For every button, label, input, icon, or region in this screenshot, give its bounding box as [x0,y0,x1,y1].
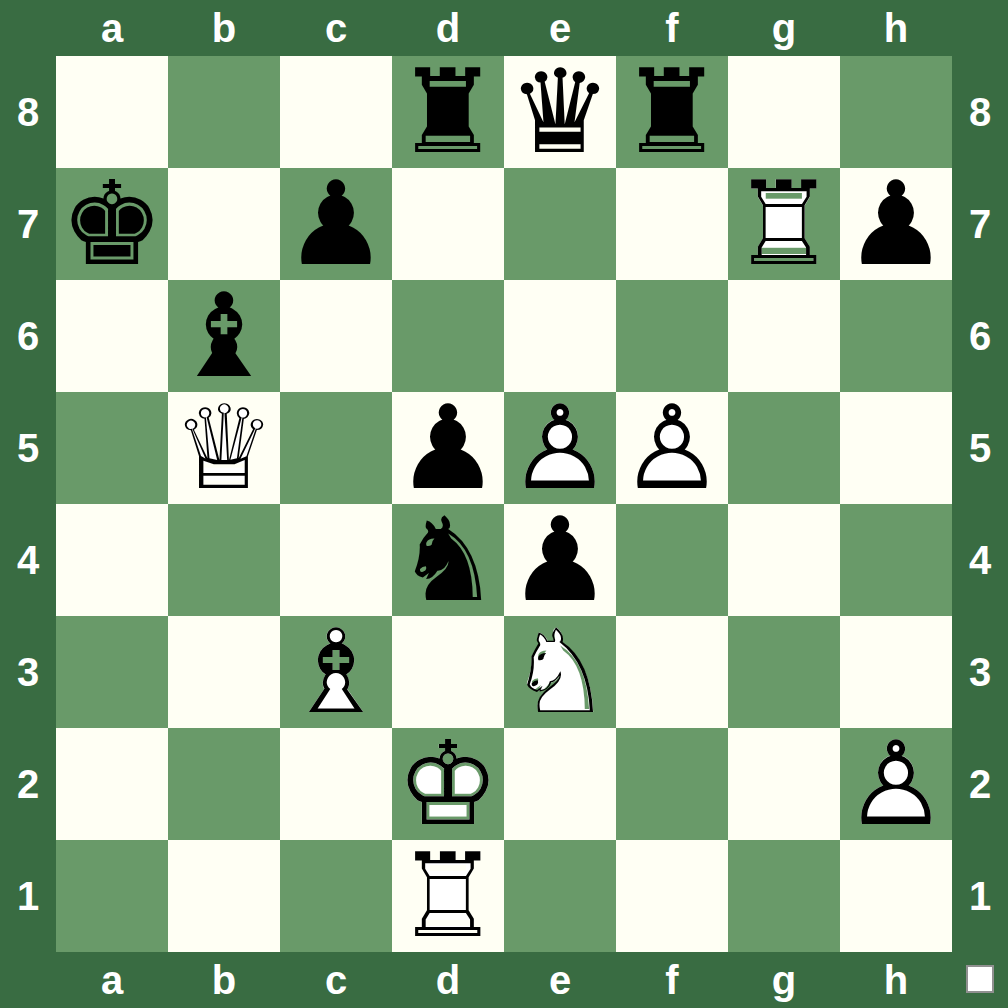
square-c6[interactable] [280,280,392,392]
square-d1[interactable]: ♜♖ [392,840,504,952]
square-h8[interactable] [840,56,952,168]
square-g8[interactable] [728,56,840,168]
black-rook[interactable]: ♜ [392,56,504,168]
white-rook[interactable]: ♜♖ [392,840,504,952]
white-pawn[interactable]: ♟♙ [504,392,616,504]
square-b5[interactable]: ♛♕ [168,392,280,504]
square-g4[interactable] [728,504,840,616]
square-e1[interactable] [504,840,616,952]
square-e4[interactable]: ♟ [504,504,616,616]
file-label-f: f [616,952,728,1008]
square-d4[interactable]: ♞ [392,504,504,616]
square-f4[interactable] [616,504,728,616]
rank-label-1: 1 [0,840,56,952]
rank-label-2: 2 [0,728,56,840]
rank-label-2: 2 [952,728,1008,840]
white-pawn[interactable]: ♟♙ [616,392,728,504]
square-c3[interactable]: ♝♗ [280,616,392,728]
square-e2[interactable] [504,728,616,840]
square-f1[interactable] [616,840,728,952]
rank-label-4: 4 [0,504,56,616]
white-king[interactable]: ♚♔ [392,728,504,840]
square-h5[interactable] [840,392,952,504]
square-e8[interactable]: ♛ [504,56,616,168]
rank-label-1: 1 [952,840,1008,952]
square-c8[interactable] [280,56,392,168]
file-label-e: e [504,952,616,1008]
square-g7[interactable]: ♜♖ [728,168,840,280]
rank-labels-right: 87654321 [952,56,1008,952]
square-a5[interactable] [56,392,168,504]
chess-board: abcdefgh abcdefgh 87654321 87654321 ♜♛♜♚… [0,0,1008,1008]
square-b1[interactable] [168,840,280,952]
white-king-outline: ♔ [392,728,504,840]
file-label-g: g [728,0,840,56]
square-f2[interactable] [616,728,728,840]
square-g6[interactable] [728,280,840,392]
square-e5[interactable]: ♟♙ [504,392,616,504]
square-d5[interactable]: ♟ [392,392,504,504]
file-label-b: b [168,0,280,56]
black-bishop[interactable]: ♝ [168,280,280,392]
white-rook-outline: ♖ [392,840,504,952]
file-label-a: a [56,0,168,56]
square-g3[interactable] [728,616,840,728]
square-b2[interactable] [168,728,280,840]
square-e7[interactable] [504,168,616,280]
square-d7[interactable] [392,168,504,280]
file-label-g: g [728,952,840,1008]
rank-label-7: 7 [0,168,56,280]
white-rook[interactable]: ♜♖ [728,168,840,280]
white-pawn-outline: ♙ [504,392,616,504]
square-b7[interactable] [168,168,280,280]
square-h4[interactable] [840,504,952,616]
square-a2[interactable] [56,728,168,840]
rank-label-6: 6 [952,280,1008,392]
black-pawn[interactable]: ♟ [504,504,616,616]
white-queen[interactable]: ♛♕ [168,392,280,504]
rank-labels-left: 87654321 [0,56,56,952]
white-pawn-outline: ♙ [840,728,952,840]
square-c5[interactable] [280,392,392,504]
square-e6[interactable] [504,280,616,392]
square-f5[interactable]: ♟♙ [616,392,728,504]
rank-label-6: 6 [0,280,56,392]
square-c7[interactable]: ♟ [280,168,392,280]
square-h1[interactable] [840,840,952,952]
square-f8[interactable]: ♜ [616,56,728,168]
black-pawn[interactable]: ♟ [392,392,504,504]
black-queen[interactable]: ♛ [504,56,616,168]
square-a6[interactable] [56,280,168,392]
square-f6[interactable] [616,280,728,392]
white-knight[interactable]: ♞♘ [504,616,616,728]
square-b8[interactable] [168,56,280,168]
square-g5[interactable] [728,392,840,504]
white-pawn-outline: ♙ [616,392,728,504]
square-b3[interactable] [168,616,280,728]
file-label-a: a [56,952,168,1008]
square-b6[interactable]: ♝ [168,280,280,392]
square-g2[interactable] [728,728,840,840]
white-to-move-indicator [966,965,994,993]
square-a8[interactable] [56,56,168,168]
rank-label-8: 8 [0,56,56,168]
rank-label-4: 4 [952,504,1008,616]
file-label-b: b [168,952,280,1008]
rank-label-5: 5 [952,392,1008,504]
square-h3[interactable] [840,616,952,728]
rank-label-8: 8 [952,56,1008,168]
white-rook-outline: ♖ [728,168,840,280]
square-g1[interactable] [728,840,840,952]
square-b4[interactable] [168,504,280,616]
square-c4[interactable] [280,504,392,616]
white-pawn[interactable]: ♟♙ [840,728,952,840]
board-grid: ♜♛♜♚♟♜♖♟♝♛♕♟♟♙♟♙♞♟♝♗♞♘♚♔♟♙♜♖ [56,56,952,952]
square-h7[interactable]: ♟ [840,168,952,280]
file-labels-top: abcdefgh [56,0,952,56]
file-label-c: c [280,0,392,56]
square-d2[interactable]: ♚♔ [392,728,504,840]
square-h2[interactable]: ♟♙ [840,728,952,840]
square-a7[interactable]: ♚ [56,168,168,280]
square-f3[interactable] [616,616,728,728]
file-label-h: h [840,952,952,1008]
square-d3[interactable] [392,616,504,728]
black-pawn[interactable]: ♟ [280,168,392,280]
square-h6[interactable] [840,280,952,392]
black-pawn[interactable]: ♟ [840,168,952,280]
file-label-c: c [280,952,392,1008]
rank-label-3: 3 [0,616,56,728]
square-a3[interactable] [56,616,168,728]
rank-label-3: 3 [952,616,1008,728]
white-queen-outline: ♕ [168,392,280,504]
white-knight-outline: ♘ [504,616,616,728]
white-bishop[interactable]: ♝♗ [280,616,392,728]
square-d8[interactable]: ♜ [392,56,504,168]
square-a1[interactable] [56,840,168,952]
black-king[interactable]: ♚ [56,168,168,280]
file-labels-bottom: abcdefgh [56,952,952,1008]
white-bishop-outline: ♗ [280,616,392,728]
rank-label-5: 5 [0,392,56,504]
square-d6[interactable] [392,280,504,392]
square-f7[interactable] [616,168,728,280]
square-e3[interactable]: ♞♘ [504,616,616,728]
black-rook[interactable]: ♜ [616,56,728,168]
rank-label-7: 7 [952,168,1008,280]
square-a4[interactable] [56,504,168,616]
square-c2[interactable] [280,728,392,840]
square-c1[interactable] [280,840,392,952]
file-label-h: h [840,0,952,56]
black-knight[interactable]: ♞ [392,504,504,616]
